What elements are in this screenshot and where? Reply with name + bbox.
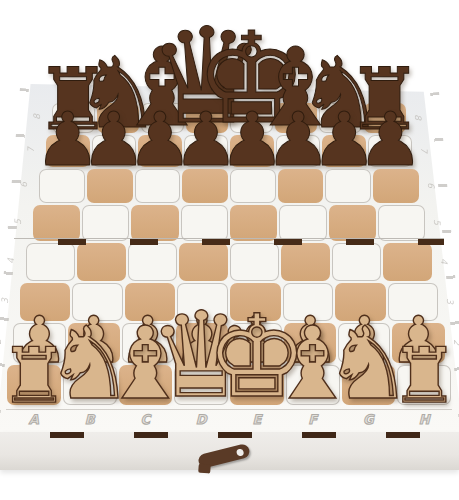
rank-label-right-7: 7 (419, 147, 429, 153)
square-surface (77, 243, 126, 281)
square-g6[interactable] (324, 168, 372, 204)
square-f5[interactable] (278, 204, 327, 242)
rank-label-left-8: 8 (32, 114, 42, 120)
square-h4[interactable] (382, 242, 433, 282)
square-g4[interactable] (331, 242, 382, 282)
square-surface (230, 205, 277, 241)
rank-label-right-8: 8 (413, 114, 423, 120)
box-joint-slots (0, 432, 459, 438)
square-surface (281, 243, 330, 281)
square-f6[interactable] (277, 168, 325, 204)
square-surface (82, 205, 129, 241)
square-c6[interactable] (134, 168, 182, 204)
square-h5[interactable] (377, 204, 426, 242)
square-surface (278, 169, 324, 203)
rank-label-left-7: 7 (25, 147, 35, 153)
square-e6[interactable] (229, 168, 277, 204)
square-f4[interactable] (280, 242, 331, 282)
square-surface (279, 205, 326, 241)
square-c4[interactable] (127, 242, 178, 282)
square-b6[interactable] (86, 168, 134, 204)
square-surface (135, 169, 181, 203)
hinge-slots (14, 239, 444, 245)
rank-label-right-3: 3 (445, 298, 455, 304)
square-b4[interactable] (76, 242, 127, 282)
square-surface (383, 243, 432, 281)
rank-label-right-6: 6 (426, 182, 436, 188)
piece-light-rook-h1[interactable]: ♜ (390, 338, 458, 414)
square-a5[interactable] (32, 204, 81, 242)
square-surface (230, 243, 279, 281)
rank-label-left-2: 2 (0, 339, 3, 345)
square-surface (39, 169, 85, 203)
square-g5[interactable] (328, 204, 377, 242)
square-d6[interactable] (181, 168, 229, 204)
square-surface (179, 243, 228, 281)
chess-photo-scene: ♜♞♝♛♚♝♞♜88♟♟♟♟♟♟♟♟7766554433♟♟♟♟♟♟♟♟22♜♞… (0, 0, 459, 500)
square-a4[interactable] (25, 242, 76, 282)
rank-label-right-4: 4 (439, 258, 449, 264)
square-surface (230, 169, 276, 203)
square-e4[interactable] (229, 242, 280, 282)
square-e5[interactable] (229, 204, 278, 242)
square-surface (87, 169, 133, 203)
square-d4[interactable] (178, 242, 229, 282)
square-d5[interactable] (180, 204, 229, 242)
square-g1[interactable]: ♞ (341, 364, 397, 406)
piece-dark-pawn-h7[interactable]: ♟ (357, 102, 423, 176)
square-h7[interactable]: ♟ (367, 134, 413, 168)
rank-row-5 (32, 204, 427, 242)
rank-row-4 (25, 242, 432, 282)
square-surface (329, 205, 376, 241)
rank-label-left-3: 3 (0, 298, 10, 304)
square-surface (378, 205, 425, 241)
square-c5[interactable] (130, 204, 179, 242)
square-surface (373, 169, 419, 203)
square-surface (325, 169, 371, 203)
square-h6[interactable] (372, 168, 420, 204)
rank-label-left-6: 6 (19, 182, 29, 188)
rank-row-7: ♟♟♟♟♟♟♟♟ (45, 134, 414, 168)
square-surface (332, 243, 381, 281)
square-h1[interactable]: ♜ (396, 364, 452, 406)
square-surface (182, 169, 228, 203)
rank-row-1: ♜♞♝♛♚♝♞♜ (6, 364, 452, 406)
rank-label-left-5: 5 (13, 219, 23, 225)
board-fold-seam (14, 238, 444, 245)
rank-row-6 (38, 168, 420, 204)
latch-hole (236, 448, 244, 456)
square-surface (128, 243, 177, 281)
square-surface (33, 205, 80, 241)
rank-label-left-4: 4 (6, 258, 16, 264)
square-surface (181, 205, 228, 241)
rank-label-right-5: 5 (432, 219, 442, 225)
square-b5[interactable] (81, 204, 130, 242)
square-surface (26, 243, 75, 281)
square-surface (131, 205, 178, 241)
square-a6[interactable] (38, 168, 86, 204)
rank-label-right-2: 2 (451, 339, 459, 345)
